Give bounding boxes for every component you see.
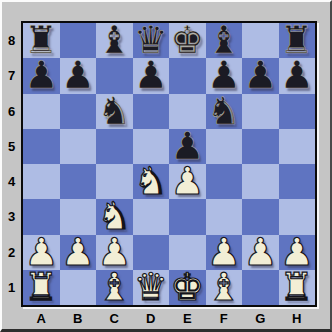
square-e7[interactable] (169, 58, 206, 93)
rank-labels: 8 7 6 5 4 3 2 1 (2, 23, 21, 305)
square-f4[interactable] (206, 164, 243, 199)
file-label-g: G (242, 308, 279, 329)
file-label-a: A (23, 308, 60, 329)
rank-label-6: 6 (2, 94, 21, 129)
black-pawn-d7[interactable]: ♟ (134, 58, 168, 93)
square-a7[interactable]: ♟ (23, 58, 60, 93)
file-label-d: D (133, 308, 170, 329)
file-label-b: B (60, 308, 97, 329)
board: ♜♝♛♚♝♜♟♟♟♟♟♟♞♞♟♞♟♞♟♟♟♟♟♟♜♝♛♚♝♜ (21, 21, 317, 307)
square-c1[interactable]: ♝ (96, 270, 133, 305)
black-king-e8[interactable]: ♚ (170, 23, 204, 58)
square-c6[interactable]: ♞ (96, 94, 133, 129)
black-pawn-g7[interactable]: ♟ (243, 58, 277, 93)
black-bishop-c8[interactable]: ♝ (97, 23, 131, 58)
file-label-h: H (279, 308, 316, 329)
white-pawn-e4[interactable]: ♟ (170, 164, 204, 199)
black-pawn-a7[interactable]: ♟ (24, 58, 58, 93)
square-a4[interactable] (23, 164, 60, 199)
black-pawn-b7[interactable]: ♟ (61, 58, 95, 93)
black-pawn-h7[interactable]: ♟ (280, 58, 314, 93)
rank-label-3: 3 (2, 199, 21, 234)
square-g2[interactable]: ♟ (242, 235, 279, 270)
square-d4[interactable]: ♞ (133, 164, 170, 199)
square-h4[interactable] (279, 164, 316, 199)
square-a5[interactable] (23, 129, 60, 164)
white-rook-a1[interactable]: ♜ (24, 270, 58, 305)
rank-label-7: 7 (2, 58, 21, 93)
square-b4[interactable] (60, 164, 97, 199)
file-label-e: E (169, 308, 206, 329)
square-c8[interactable]: ♝ (96, 23, 133, 58)
rank-label-5: 5 (2, 129, 21, 164)
square-a6[interactable] (23, 94, 60, 129)
white-king-e1[interactable]: ♚ (170, 270, 204, 305)
square-b2[interactable]: ♟ (60, 235, 97, 270)
white-rook-h1[interactable]: ♜ (280, 270, 314, 305)
white-bishop-c1[interactable]: ♝ (97, 270, 131, 305)
square-a1[interactable]: ♜ (23, 270, 60, 305)
square-b7[interactable]: ♟ (60, 58, 97, 93)
square-b5[interactable] (60, 129, 97, 164)
square-g6[interactable] (242, 94, 279, 129)
white-pawn-g2[interactable]: ♟ (243, 235, 277, 270)
white-pawn-b2[interactable]: ♟ (61, 235, 95, 270)
square-g4[interactable] (242, 164, 279, 199)
square-d1[interactable]: ♛ (133, 270, 170, 305)
square-g7[interactable]: ♟ (242, 58, 279, 93)
chessboard-panel: 8 7 6 5 4 3 2 1 ♜♝♛♚♝♜♟♟♟♟♟♟♞♞♟♞♟♞♟♟♟♟♟♟… (0, 0, 332, 332)
rank-label-8: 8 (2, 23, 21, 58)
square-e3[interactable] (169, 199, 206, 234)
rank-label-4: 4 (2, 164, 21, 199)
square-e8[interactable]: ♚ (169, 23, 206, 58)
file-label-c: C (96, 308, 133, 329)
square-h1[interactable]: ♜ (279, 270, 316, 305)
rank-label-1: 1 (2, 270, 21, 305)
square-h6[interactable] (279, 94, 316, 129)
square-f5[interactable] (206, 129, 243, 164)
square-b1[interactable] (60, 270, 97, 305)
square-f6[interactable]: ♞ (206, 94, 243, 129)
square-h5[interactable] (279, 129, 316, 164)
file-labels: A B C D E F G H (23, 308, 315, 329)
square-e1[interactable]: ♚ (169, 270, 206, 305)
square-d6[interactable] (133, 94, 170, 129)
square-g5[interactable] (242, 129, 279, 164)
file-label-f: F (206, 308, 243, 329)
square-c5[interactable] (96, 129, 133, 164)
white-queen-d1[interactable]: ♛ (134, 270, 168, 305)
square-g1[interactable] (242, 270, 279, 305)
square-b6[interactable] (60, 94, 97, 129)
square-f1[interactable]: ♝ (206, 270, 243, 305)
black-knight-f6[interactable]: ♞ (207, 94, 241, 129)
black-knight-c6[interactable]: ♞ (97, 94, 131, 129)
square-h7[interactable]: ♟ (279, 58, 316, 93)
square-e4[interactable]: ♟ (169, 164, 206, 199)
square-d7[interactable]: ♟ (133, 58, 170, 93)
rank-label-2: 2 (2, 235, 21, 270)
square-d3[interactable] (133, 199, 170, 234)
white-knight-d4[interactable]: ♞ (134, 164, 168, 199)
white-bishop-f1[interactable]: ♝ (207, 270, 241, 305)
